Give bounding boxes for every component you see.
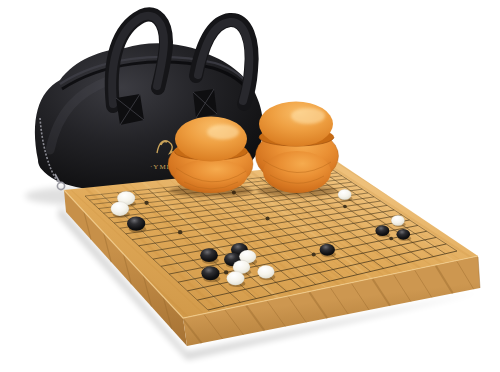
go-stone-black <box>201 266 219 280</box>
go-stone-white <box>257 265 274 278</box>
stone-bowl-left <box>168 117 253 197</box>
bowl-left-highlight <box>207 125 239 140</box>
go-stone-white <box>227 271 245 285</box>
go-stone-white <box>111 202 129 216</box>
bowl-left-lid <box>175 117 247 162</box>
go-stone-black <box>127 216 145 230</box>
go-set-scene: ·YMI <box>0 0 500 372</box>
go-stone-black <box>396 229 410 240</box>
go-stone-black <box>200 248 218 262</box>
bowl-right-lid <box>259 102 333 147</box>
go-stone-white <box>391 215 404 225</box>
bag-emblem-text: ·YMI <box>150 163 170 171</box>
stone-bowl-right <box>256 102 339 197</box>
go-stone-black <box>375 225 389 236</box>
go-stone-white <box>338 189 351 200</box>
product-photo: ·YMI <box>0 0 500 372</box>
go-stone-black <box>320 244 335 256</box>
bowl-right-highlight <box>291 108 325 124</box>
